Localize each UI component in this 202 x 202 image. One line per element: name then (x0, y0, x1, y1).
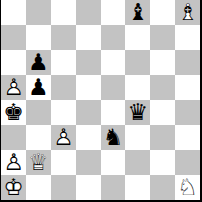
square-f4[interactable]: ♛ (125, 100, 150, 125)
square-a6[interactable] (1, 50, 26, 75)
black-king-a4[interactable]: ♚ (1, 100, 26, 125)
square-a5[interactable]: ♟♙ (1, 75, 26, 100)
square-d5[interactable] (76, 75, 101, 100)
square-f8[interactable]: ♝ (125, 0, 150, 25)
piece-glyph: ♟ (26, 50, 51, 75)
square-f6[interactable] (125, 50, 150, 75)
square-e5[interactable] (101, 75, 126, 100)
square-c1[interactable] (51, 175, 76, 200)
square-d4[interactable] (76, 100, 101, 125)
square-b2[interactable]: ♛♕ (26, 150, 51, 175)
square-c8[interactable] (51, 0, 76, 25)
square-h6[interactable] (175, 50, 200, 75)
white-pawn-a2[interactable]: ♟♙ (1, 150, 26, 175)
square-h7[interactable] (175, 25, 200, 50)
square-c6[interactable] (51, 50, 76, 75)
black-pawn-b6[interactable]: ♟ (26, 50, 51, 75)
square-e6[interactable] (101, 50, 126, 75)
square-h4[interactable] (175, 100, 200, 125)
square-h8[interactable]: ♝♗ (175, 0, 200, 25)
square-e2[interactable] (101, 150, 126, 175)
square-g4[interactable] (150, 100, 175, 125)
black-pawn-b5[interactable]: ♟ (26, 75, 51, 100)
square-e8[interactable] (101, 0, 126, 25)
piece-glyph: ♞ (101, 125, 126, 150)
square-c4[interactable] (51, 100, 76, 125)
square-d1[interactable] (76, 175, 101, 200)
square-a1[interactable]: ♚♔ (1, 175, 26, 200)
square-b4[interactable] (26, 100, 51, 125)
square-g8[interactable] (150, 0, 175, 25)
square-f7[interactable] (125, 25, 150, 50)
black-bishop-f8[interactable]: ♝ (125, 0, 150, 25)
black-knight-e3[interactable]: ♞ (101, 125, 126, 150)
square-f1[interactable] (125, 175, 150, 200)
piece-outline-glyph: ♔ (1, 175, 26, 200)
square-b8[interactable] (26, 0, 51, 25)
white-bishop-h8[interactable]: ♝♗ (175, 0, 200, 25)
square-b5[interactable]: ♟ (26, 75, 51, 100)
square-a4[interactable]: ♚ (1, 100, 26, 125)
square-c5[interactable] (51, 75, 76, 100)
square-e7[interactable] (101, 25, 126, 50)
square-d2[interactable] (76, 150, 101, 175)
square-d6[interactable] (76, 50, 101, 75)
square-b6[interactable]: ♟ (26, 50, 51, 75)
white-pawn-c3[interactable]: ♟♙ (51, 125, 76, 150)
square-a3[interactable] (1, 125, 26, 150)
square-g7[interactable] (150, 25, 175, 50)
square-g5[interactable] (150, 75, 175, 100)
piece-outline-glyph: ♙ (1, 75, 26, 100)
square-b7[interactable] (26, 25, 51, 50)
square-b3[interactable] (26, 125, 51, 150)
piece-glyph: ♛ (125, 100, 150, 125)
piece-outline-glyph: ♙ (51, 125, 76, 150)
piece-outline-glyph: ♙ (1, 150, 26, 175)
chess-diagram: ♝♝♗♟♟♙♟♚♛♟♙♞♟♙♛♕♚♔♞♘ (0, 0, 202, 202)
white-knight-h1[interactable]: ♞♘ (175, 175, 200, 200)
square-a8[interactable] (1, 0, 26, 25)
square-e3[interactable]: ♞ (101, 125, 126, 150)
square-e1[interactable] (101, 175, 126, 200)
square-c2[interactable] (51, 150, 76, 175)
square-h3[interactable] (175, 125, 200, 150)
square-h5[interactable] (175, 75, 200, 100)
white-pawn-a5[interactable]: ♟♙ (1, 75, 26, 100)
piece-outline-glyph: ♗ (175, 0, 200, 25)
square-e4[interactable] (101, 100, 126, 125)
piece-glyph: ♚ (1, 100, 26, 125)
square-f2[interactable] (125, 150, 150, 175)
piece-outline-glyph: ♘ (175, 175, 200, 200)
square-b1[interactable] (26, 175, 51, 200)
black-queen-f4[interactable]: ♛ (125, 100, 150, 125)
square-d8[interactable] (76, 0, 101, 25)
chess-board: ♝♝♗♟♟♙♟♚♛♟♙♞♟♙♛♕♚♔♞♘ (0, 0, 202, 202)
piece-outline-glyph: ♕ (26, 150, 51, 175)
square-c7[interactable] (51, 25, 76, 50)
square-f3[interactable] (125, 125, 150, 150)
square-g6[interactable] (150, 50, 175, 75)
square-g1[interactable] (150, 175, 175, 200)
white-queen-b2[interactable]: ♛♕ (26, 150, 51, 175)
square-h1[interactable]: ♞♘ (175, 175, 200, 200)
square-c3[interactable]: ♟♙ (51, 125, 76, 150)
piece-glyph: ♟ (26, 75, 51, 100)
square-h2[interactable] (175, 150, 200, 175)
square-d3[interactable] (76, 125, 101, 150)
square-a2[interactable]: ♟♙ (1, 150, 26, 175)
white-king-a1[interactable]: ♚♔ (1, 175, 26, 200)
square-d7[interactable] (76, 25, 101, 50)
square-f5[interactable] (125, 75, 150, 100)
square-g3[interactable] (150, 125, 175, 150)
square-g2[interactable] (150, 150, 175, 175)
square-a7[interactable] (1, 25, 26, 50)
piece-glyph: ♝ (125, 0, 150, 25)
